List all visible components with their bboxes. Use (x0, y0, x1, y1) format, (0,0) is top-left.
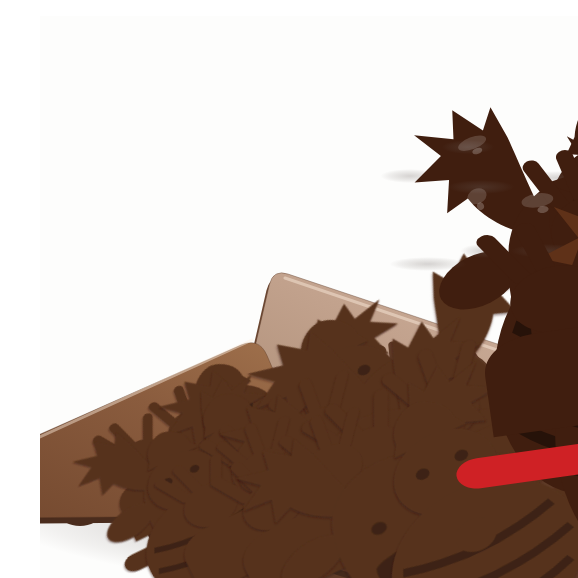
gloss-highlight (533, 122, 566, 136)
scene-canvas (40, 16, 578, 578)
product-photo: Product photo of a Christmas silicone ch… (40, 16, 578, 578)
gloss-highlight (448, 83, 474, 102)
chocolate-shadow (389, 257, 466, 271)
gloss-highlight (387, 120, 416, 142)
gloss-highlight (400, 210, 436, 234)
